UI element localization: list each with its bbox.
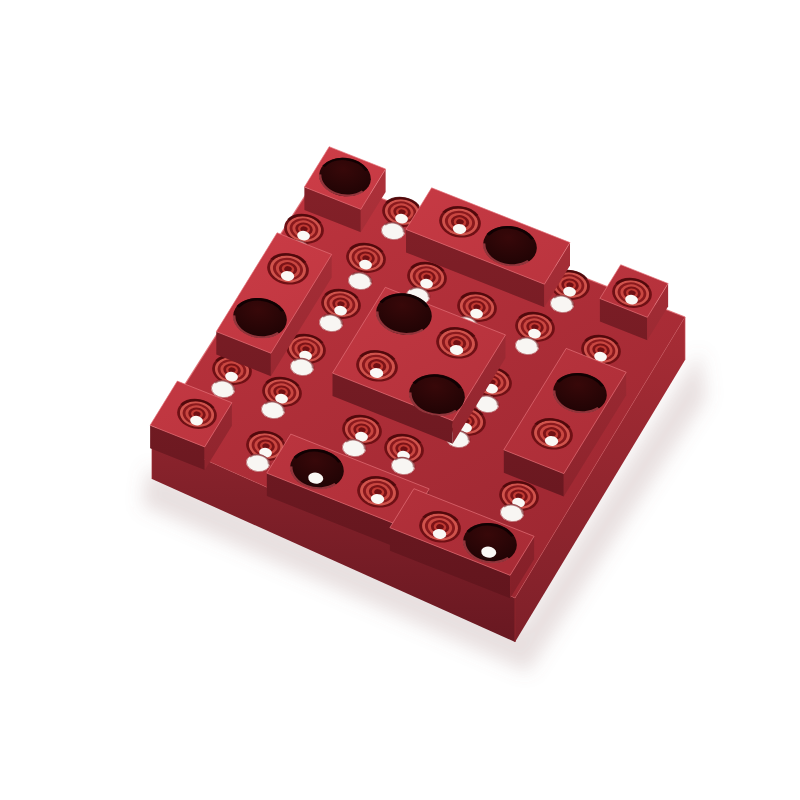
fixture-block-render bbox=[0, 0, 800, 800]
product-photo bbox=[0, 0, 800, 800]
